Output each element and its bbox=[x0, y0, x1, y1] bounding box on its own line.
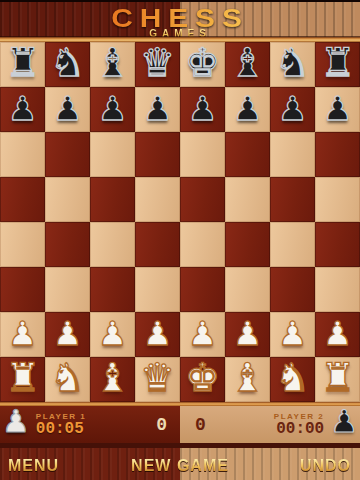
piece-black-knight: ♞ bbox=[50, 43, 85, 82]
square-e5[interactable] bbox=[180, 177, 225, 222]
piece-black-pawn: ♟ bbox=[53, 92, 83, 125]
piece-white-knight: ♞ bbox=[275, 358, 310, 397]
piece-black-knight: ♞ bbox=[275, 43, 310, 82]
square-c6[interactable] bbox=[90, 132, 135, 177]
square-h3[interactable] bbox=[315, 267, 360, 312]
player1-clock: 00:05 bbox=[36, 421, 86, 437]
square-b2[interactable]: ♟ bbox=[45, 312, 90, 357]
square-c2[interactable]: ♟ bbox=[90, 312, 135, 357]
piece-black-bishop: ♝ bbox=[230, 43, 265, 82]
square-d1[interactable]: ♛ bbox=[135, 357, 180, 402]
piece-black-pawn: ♟ bbox=[143, 92, 173, 125]
square-d7[interactable]: ♟ bbox=[135, 87, 180, 132]
piece-white-knight: ♞ bbox=[50, 358, 85, 397]
piece-black-king: ♚ bbox=[185, 43, 220, 82]
piece-white-queen: ♛ bbox=[140, 358, 175, 397]
square-f4[interactable] bbox=[225, 222, 270, 267]
player1-panel: ♟ PLAYER 1 00:05 0 bbox=[0, 406, 180, 443]
board-top-frame bbox=[0, 37, 360, 42]
square-a3[interactable] bbox=[0, 267, 45, 312]
piece-white-pawn: ♟ bbox=[323, 317, 353, 350]
square-c5[interactable] bbox=[90, 177, 135, 222]
square-g4[interactable] bbox=[270, 222, 315, 267]
square-b8[interactable]: ♞ bbox=[45, 42, 90, 87]
piece-black-pawn: ♟ bbox=[233, 92, 263, 125]
square-g1[interactable]: ♞ bbox=[270, 357, 315, 402]
square-d3[interactable] bbox=[135, 267, 180, 312]
player2-score: 0 bbox=[195, 416, 206, 434]
square-d8[interactable]: ♛ bbox=[135, 42, 180, 87]
player2-panel: 0 PLAYER 2 00:00 ♟ bbox=[180, 406, 360, 443]
piece-white-pawn: ♟ bbox=[143, 317, 173, 350]
piece-white-rook: ♜ bbox=[5, 358, 40, 397]
piece-white-pawn: ♟ bbox=[98, 317, 128, 350]
square-h6[interactable] bbox=[315, 132, 360, 177]
piece-white-king: ♚ bbox=[185, 358, 220, 397]
piece-black-pawn: ♟ bbox=[188, 92, 218, 125]
black-pawn-icon: ♟ bbox=[330, 406, 358, 437]
piece-white-bishop: ♝ bbox=[95, 358, 130, 397]
piece-black-pawn: ♟ bbox=[278, 92, 308, 125]
square-a4[interactable] bbox=[0, 222, 45, 267]
square-c8[interactable]: ♝ bbox=[90, 42, 135, 87]
square-e6[interactable] bbox=[180, 132, 225, 177]
square-a7[interactable]: ♟ bbox=[0, 87, 45, 132]
piece-black-pawn: ♟ bbox=[323, 92, 353, 125]
square-f5[interactable] bbox=[225, 177, 270, 222]
square-d4[interactable] bbox=[135, 222, 180, 267]
piece-black-bishop: ♝ bbox=[95, 43, 130, 82]
chess-app: CHESS GAMES ♜♞♝♛♚♝♞♜♟♟♟♟♟♟♟♟♟♟♟♟♟♟♟♟♜♞♝♛… bbox=[0, 0, 360, 480]
piece-white-pawn: ♟ bbox=[233, 317, 263, 350]
piece-white-rook: ♜ bbox=[320, 358, 355, 397]
square-g2[interactable]: ♟ bbox=[270, 312, 315, 357]
header: CHESS GAMES bbox=[0, 0, 360, 42]
player1-score: 0 bbox=[156, 416, 167, 434]
piece-black-pawn: ♟ bbox=[8, 92, 38, 125]
piece-white-pawn: ♟ bbox=[53, 317, 83, 350]
square-f3[interactable] bbox=[225, 267, 270, 312]
piece-white-pawn: ♟ bbox=[8, 317, 38, 350]
square-h8[interactable]: ♜ bbox=[315, 42, 360, 87]
square-d6[interactable] bbox=[135, 132, 180, 177]
square-b7[interactable]: ♟ bbox=[45, 87, 90, 132]
square-c3[interactable] bbox=[90, 267, 135, 312]
button-bar: MENU NEW GAME UNDO bbox=[0, 448, 360, 480]
piece-black-queen: ♛ bbox=[140, 43, 175, 82]
square-c1[interactable]: ♝ bbox=[90, 357, 135, 402]
menu-button[interactable]: MENU bbox=[8, 457, 59, 475]
square-f8[interactable]: ♝ bbox=[225, 42, 270, 87]
undo-button[interactable]: UNDO bbox=[300, 457, 351, 475]
square-f7[interactable]: ♟ bbox=[225, 87, 270, 132]
square-a2[interactable]: ♟ bbox=[0, 312, 45, 357]
square-h7[interactable]: ♟ bbox=[315, 87, 360, 132]
square-f2[interactable]: ♟ bbox=[225, 312, 270, 357]
player2-info: PLAYER 2 00:00 bbox=[274, 412, 324, 438]
piece-black-rook: ♜ bbox=[5, 43, 40, 82]
player1-info: PLAYER 1 00:05 bbox=[36, 412, 86, 438]
piece-black-rook: ♜ bbox=[320, 43, 355, 82]
square-g3[interactable] bbox=[270, 267, 315, 312]
piece-white-bishop: ♝ bbox=[230, 358, 265, 397]
square-e3[interactable] bbox=[180, 267, 225, 312]
square-e8[interactable]: ♚ bbox=[180, 42, 225, 87]
piece-white-pawn: ♟ bbox=[188, 317, 218, 350]
square-h2[interactable]: ♟ bbox=[315, 312, 360, 357]
square-b1[interactable]: ♞ bbox=[45, 357, 90, 402]
white-pawn-icon: ♟ bbox=[2, 406, 30, 437]
square-b6[interactable] bbox=[45, 132, 90, 177]
square-d2[interactable]: ♟ bbox=[135, 312, 180, 357]
status-bar: ♟ PLAYER 1 00:05 0 0 PLAYER 2 00:00 ♟ bbox=[0, 406, 360, 443]
square-a6[interactable] bbox=[0, 132, 45, 177]
square-h4[interactable] bbox=[315, 222, 360, 267]
square-c7[interactable]: ♟ bbox=[90, 87, 135, 132]
square-g5[interactable] bbox=[270, 177, 315, 222]
square-b3[interactable] bbox=[45, 267, 90, 312]
square-a5[interactable] bbox=[0, 177, 45, 222]
square-g7[interactable]: ♟ bbox=[270, 87, 315, 132]
square-d5[interactable] bbox=[135, 177, 180, 222]
piece-black-pawn: ♟ bbox=[98, 92, 128, 125]
square-g6[interactable] bbox=[270, 132, 315, 177]
square-c4[interactable] bbox=[90, 222, 135, 267]
square-e4[interactable] bbox=[180, 222, 225, 267]
square-a8[interactable]: ♜ bbox=[0, 42, 45, 87]
square-h5[interactable] bbox=[315, 177, 360, 222]
piece-white-pawn: ♟ bbox=[278, 317, 308, 350]
square-f1[interactable]: ♝ bbox=[225, 357, 270, 402]
square-e7[interactable]: ♟ bbox=[180, 87, 225, 132]
square-e1[interactable]: ♚ bbox=[180, 357, 225, 402]
new-game-button[interactable]: NEW GAME bbox=[131, 457, 229, 475]
square-a1[interactable]: ♜ bbox=[0, 357, 45, 402]
player2-clock: 00:00 bbox=[274, 421, 324, 437]
board: ♜♞♝♛♚♝♞♜♟♟♟♟♟♟♟♟♟♟♟♟♟♟♟♟♜♞♝♛♚♝♞♜ bbox=[0, 42, 360, 402]
square-h1[interactable]: ♜ bbox=[315, 357, 360, 402]
square-g8[interactable]: ♞ bbox=[270, 42, 315, 87]
square-b5[interactable] bbox=[45, 177, 90, 222]
square-e2[interactable]: ♟ bbox=[180, 312, 225, 357]
square-f6[interactable] bbox=[225, 132, 270, 177]
square-b4[interactable] bbox=[45, 222, 90, 267]
